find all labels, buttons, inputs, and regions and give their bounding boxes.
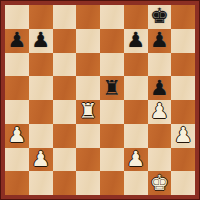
square-d6[interactable] xyxy=(76,53,100,77)
white-pawn-g4: ♟ xyxy=(150,100,169,123)
black-pawn-g7: ♟ xyxy=(150,29,169,52)
square-g6[interactable] xyxy=(148,53,172,77)
square-f1[interactable] xyxy=(124,171,148,195)
white-pawn-h3: ♟ xyxy=(174,124,193,147)
chess-board: ♚♟♟♟♟♜♟♜♟♟♟♟♟♚ xyxy=(5,5,195,195)
square-c6[interactable] xyxy=(53,53,77,77)
square-a3[interactable]: ♟ xyxy=(5,124,29,148)
black-pawn-b7: ♟ xyxy=(31,29,50,52)
square-f6[interactable] xyxy=(124,53,148,77)
black-pawn-f7: ♟ xyxy=(126,29,145,52)
square-b5[interactable] xyxy=(29,76,53,100)
square-e1[interactable] xyxy=(100,171,124,195)
board-frame-edge: ♚♟♟♟♟♜♟♜♟♟♟♟♟♚ xyxy=(0,0,200,200)
square-d5[interactable] xyxy=(76,76,100,100)
black-king-g8: ♚ xyxy=(150,5,169,28)
square-b3[interactable] xyxy=(29,124,53,148)
square-b6[interactable] xyxy=(29,53,53,77)
square-a4[interactable] xyxy=(5,100,29,124)
square-h3[interactable]: ♟ xyxy=(171,124,195,148)
square-c1[interactable] xyxy=(53,171,77,195)
square-c5[interactable] xyxy=(53,76,77,100)
square-b2[interactable]: ♟ xyxy=(29,148,53,172)
square-d8[interactable] xyxy=(76,5,100,29)
square-g2[interactable] xyxy=(148,148,172,172)
square-b7[interactable]: ♟ xyxy=(29,29,53,53)
square-e3[interactable] xyxy=(100,124,124,148)
white-king-g1: ♚ xyxy=(150,172,169,195)
square-h7[interactable] xyxy=(171,29,195,53)
white-pawn-b2: ♟ xyxy=(31,148,50,171)
square-h1[interactable] xyxy=(171,171,195,195)
black-rook-e5: ♜ xyxy=(102,77,121,100)
square-e8[interactable] xyxy=(100,5,124,29)
square-a1[interactable] xyxy=(5,171,29,195)
white-rook-d4: ♜ xyxy=(79,100,98,123)
square-h6[interactable] xyxy=(171,53,195,77)
square-c3[interactable] xyxy=(53,124,77,148)
square-e6[interactable] xyxy=(100,53,124,77)
square-f5[interactable] xyxy=(124,76,148,100)
square-b4[interactable] xyxy=(29,100,53,124)
square-c8[interactable] xyxy=(53,5,77,29)
square-h8[interactable] xyxy=(171,5,195,29)
square-c2[interactable] xyxy=(53,148,77,172)
square-b8[interactable] xyxy=(29,5,53,29)
square-g3[interactable] xyxy=(148,124,172,148)
square-f3[interactable] xyxy=(124,124,148,148)
square-f8[interactable] xyxy=(124,5,148,29)
square-h2[interactable] xyxy=(171,148,195,172)
square-b1[interactable] xyxy=(29,171,53,195)
square-e2[interactable] xyxy=(100,148,124,172)
square-c4[interactable] xyxy=(53,100,77,124)
square-d3[interactable] xyxy=(76,124,100,148)
square-e5[interactable]: ♜ xyxy=(100,76,124,100)
square-d2[interactable] xyxy=(76,148,100,172)
square-a5[interactable] xyxy=(5,76,29,100)
square-d4[interactable]: ♜ xyxy=(76,100,100,124)
white-pawn-f2: ♟ xyxy=(126,148,145,171)
square-d7[interactable] xyxy=(76,29,100,53)
square-d1[interactable] xyxy=(76,171,100,195)
square-g5[interactable]: ♟ xyxy=(148,76,172,100)
square-e4[interactable] xyxy=(100,100,124,124)
black-pawn-g5: ♟ xyxy=(150,77,169,100)
square-h4[interactable] xyxy=(171,100,195,124)
square-c7[interactable] xyxy=(53,29,77,53)
square-a6[interactable] xyxy=(5,53,29,77)
square-e7[interactable] xyxy=(100,29,124,53)
square-g1[interactable]: ♚ xyxy=(148,171,172,195)
square-f4[interactable] xyxy=(124,100,148,124)
square-a2[interactable] xyxy=(5,148,29,172)
square-a7[interactable]: ♟ xyxy=(5,29,29,53)
white-pawn-a3: ♟ xyxy=(7,124,26,147)
black-pawn-a7: ♟ xyxy=(7,29,26,52)
square-g8[interactable]: ♚ xyxy=(148,5,172,29)
square-h5[interactable] xyxy=(171,76,195,100)
square-a8[interactable] xyxy=(5,5,29,29)
square-g4[interactable]: ♟ xyxy=(148,100,172,124)
square-g7[interactable]: ♟ xyxy=(148,29,172,53)
square-f7[interactable]: ♟ xyxy=(124,29,148,53)
board-frame: ♚♟♟♟♟♜♟♜♟♟♟♟♟♚ xyxy=(1,1,199,199)
square-f2[interactable]: ♟ xyxy=(124,148,148,172)
